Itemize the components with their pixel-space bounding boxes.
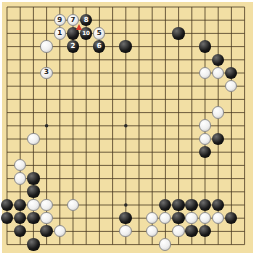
stone-black[interactable] — [27, 238, 39, 250]
stone-white[interactable] — [199, 67, 211, 79]
stone-white[interactable] — [40, 40, 52, 52]
stone-white[interactable] — [54, 225, 66, 237]
stone-black[interactable] — [212, 199, 224, 211]
stone-white[interactable] — [212, 106, 224, 118]
stone-white[interactable] — [185, 212, 197, 224]
stone-white[interactable] — [159, 238, 171, 250]
stone-white-move-9[interactable]: 9 — [54, 14, 66, 26]
stone-black[interactable] — [212, 54, 224, 66]
stone-white[interactable] — [40, 199, 52, 211]
last-move-triangle-marker — [76, 24, 82, 30]
go-board-frame: 9781105263 — [0, 0, 255, 255]
stone-black[interactable] — [27, 212, 39, 224]
stone-black[interactable] — [14, 199, 26, 211]
stone-black[interactable] — [1, 212, 13, 224]
stones-layer: 9781105263 — [0, 0, 251, 251]
stone-black[interactable] — [119, 40, 131, 52]
stone-black[interactable] — [225, 67, 237, 79]
stone-white[interactable] — [27, 133, 39, 145]
stone-black[interactable] — [119, 212, 131, 224]
stone-black[interactable] — [1, 199, 13, 211]
stone-white[interactable] — [40, 212, 52, 224]
stone-white[interactable] — [159, 212, 171, 224]
stone-white[interactable] — [212, 212, 224, 224]
stone-black[interactable] — [199, 40, 211, 52]
stone-white-move-5[interactable]: 5 — [93, 27, 105, 39]
stone-black[interactable] — [14, 212, 26, 224]
stone-white[interactable] — [199, 212, 211, 224]
stone-white[interactable] — [199, 133, 211, 145]
stone-black[interactable] — [159, 199, 171, 211]
stone-white[interactable] — [14, 172, 26, 184]
stone-white[interactable] — [67, 199, 79, 211]
stone-white[interactable] — [225, 80, 237, 92]
stone-white[interactable] — [27, 199, 39, 211]
stone-black[interactable] — [225, 212, 237, 224]
stone-white[interactable] — [119, 225, 131, 237]
stone-black[interactable] — [14, 225, 26, 237]
stone-black[interactable] — [185, 199, 197, 211]
stone-white[interactable] — [146, 225, 158, 237]
stone-white-move-3[interactable]: 3 — [40, 67, 52, 79]
stone-black[interactable] — [27, 172, 39, 184]
stone-white[interactable] — [199, 119, 211, 131]
stone-black[interactable] — [199, 146, 211, 158]
stone-black[interactable] — [172, 199, 184, 211]
stone-black[interactable] — [172, 212, 184, 224]
stone-black[interactable] — [172, 27, 184, 39]
stone-black[interactable] — [185, 225, 197, 237]
stone-white[interactable] — [212, 67, 224, 79]
stone-black[interactable] — [212, 133, 224, 145]
stone-black[interactable] — [27, 185, 39, 197]
stone-white-move-1[interactable]: 1 — [54, 27, 66, 39]
stone-white[interactable] — [14, 159, 26, 171]
stone-black-move-6[interactable]: 6 — [93, 40, 105, 52]
stone-black-move-2[interactable]: 2 — [67, 40, 79, 52]
stone-white[interactable] — [146, 212, 158, 224]
stone-black[interactable] — [199, 199, 211, 211]
stone-black[interactable] — [199, 225, 211, 237]
stone-white[interactable] — [172, 225, 184, 237]
stone-black[interactable] — [40, 225, 52, 237]
